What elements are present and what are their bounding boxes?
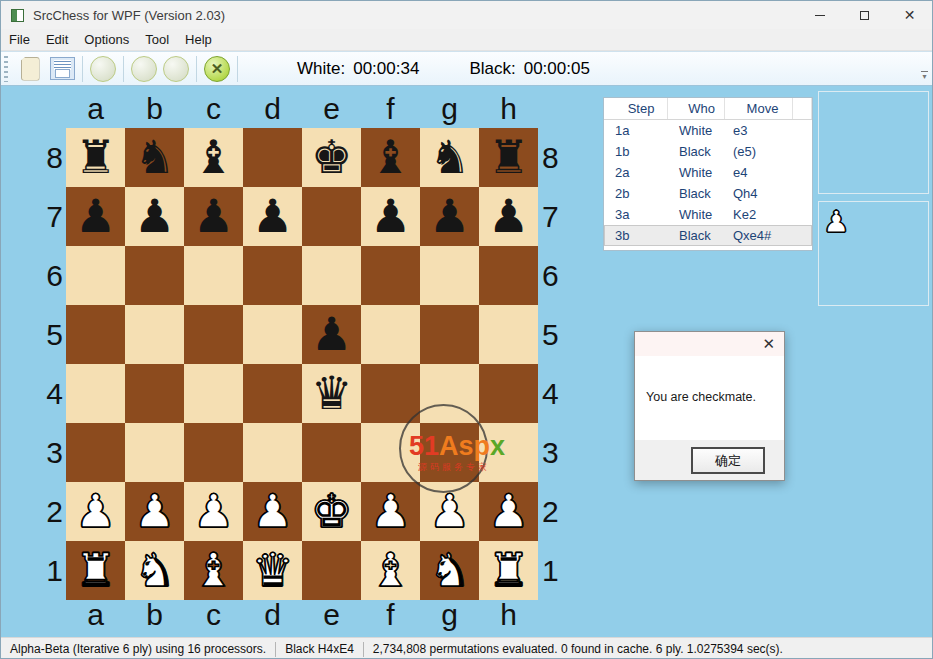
checkmate-dialog: ✕ You are checkmate. 确定 [634,331,785,481]
white-pawn-c2[interactable]: ♟ [193,482,234,541]
square-h6[interactable] [479,246,538,305]
move-cell: Black [668,225,725,246]
close-icon: ✕ [904,7,916,23]
rank-label-right-8: 8 [542,128,568,187]
move-row-1b[interactable]: 1bBlack(e5) [604,141,812,162]
move-list-header: Step Who Move [604,98,812,120]
status-segment-2: 2,734,808 permutations evaluated. 0 foun… [364,642,792,656]
square-c8[interactable]: ♝ [184,128,243,187]
move-cell: 1b [604,141,668,162]
menu-item-help[interactable]: Help [177,30,220,49]
move-row-3a[interactable]: 3aWhiteKe2 [604,204,812,225]
white-pawn-h2[interactable]: ♟ [488,482,529,541]
square-b7[interactable]: ♟ [125,187,184,246]
move-cell: 2a [604,162,668,183]
menu-item-tool[interactable]: Tool [137,30,177,49]
file-label-bottom-f: f [361,598,420,632]
black-pawn-c7[interactable]: ♟ [193,187,234,246]
file-label-top-d: d [243,92,302,126]
toolbar-separator [237,56,238,82]
square-f8[interactable]: ♝ [361,128,420,187]
file-label-top-f: f [361,92,420,126]
square-g3[interactable] [420,423,479,482]
square-a4[interactable] [66,364,125,423]
square-b3[interactable] [125,423,184,482]
maximize-button[interactable] [842,1,887,29]
square-b6[interactable] [125,246,184,305]
move-cell: 3a [604,204,668,225]
stop-button[interactable]: ✕ [201,54,233,84]
minimize-button[interactable] [797,1,842,29]
black-queen-e4[interactable]: ♛ [311,364,352,423]
save-game-icon [50,57,75,80]
square-d8[interactable] [243,128,302,187]
square-a6[interactable] [66,246,125,305]
square-g5[interactable] [420,305,479,364]
status-segment-0: Alpha-Beta (Iterative 6 ply) using 16 pr… [1,642,275,656]
title-bar: SrcChess for WPF (Version 2.03) ✕ [1,1,932,29]
move-cell: 1a [604,120,668,141]
black-bishop-c8[interactable]: ♝ [193,128,234,187]
file-label-top-g: g [420,92,479,126]
captured-white-pawn: ♟ [823,204,850,239]
white-rook-h1[interactable]: ♜ [488,541,529,600]
new-game-icon [21,57,40,81]
black-knight-b8[interactable]: ♞ [134,128,175,187]
rank-label-left-5: 5 [37,305,63,364]
black-pawn-a7[interactable]: ♟ [75,187,116,246]
black-rook-h8[interactable]: ♜ [488,128,529,187]
square-d7[interactable]: ♟ [243,187,302,246]
rank-label-right-2: 2 [542,482,568,541]
black-king-e8[interactable]: ♚ [311,128,352,187]
status-bar: Alpha-Beta (Iterative 6 ply) using 16 pr… [1,637,932,659]
menu-item-file[interactable]: File [1,30,38,49]
square-d2[interactable]: ♟ [243,482,302,541]
square-b2[interactable]: ♟ [125,482,184,541]
dialog-close-icon[interactable]: ✕ [762,335,775,353]
square-c3[interactable] [184,423,243,482]
file-label-bottom-h: h [479,598,538,632]
square-e5[interactable]: ♟ [302,305,361,364]
new-game-button[interactable] [14,54,46,84]
square-g8[interactable]: ♞ [420,128,479,187]
square-h1[interactable]: ♜ [479,541,538,600]
dialog-message: You are checkmate. [646,390,756,404]
dialog-title-bar: ✕ [635,332,784,356]
rank-label-left-7: 7 [37,187,63,246]
status-segment-1: Black H4xE4 [276,642,363,656]
white-knight-g1[interactable]: ♞ [429,541,470,600]
white-queen-d1[interactable]: ♛ [252,541,293,600]
white-bishop-f1[interactable]: ♝ [370,541,411,600]
black-pawn-d7[interactable]: ♟ [252,187,293,246]
move-cell: 2b [604,183,668,204]
toolbar-gripper[interactable] [4,56,8,82]
square-g2[interactable]: ♟ [420,482,479,541]
rank-label-left-1: 1 [37,541,63,600]
square-d3[interactable] [243,423,302,482]
captured-black-pieces-tray [818,91,929,194]
toolbar-round-button-3[interactable] [160,54,192,84]
square-g6[interactable] [420,246,479,305]
move-row-2a[interactable]: 2aWhitee4 [604,162,812,183]
square-d4[interactable] [243,364,302,423]
column-header-step[interactable]: Step [604,98,668,119]
file-label-bottom-c: c [184,598,243,632]
rank-label-right-3: 3 [542,423,568,482]
disabled-circle-icon [131,56,157,82]
rank-label-left-6: 6 [37,246,63,305]
stop-x-icon: ✕ [204,56,230,82]
square-g7[interactable]: ♟ [420,187,479,246]
column-header-filler [793,98,812,119]
square-c4[interactable] [184,364,243,423]
captured-white-pieces-tray: ♟ [818,201,929,306]
move-cell: e3 [725,120,793,141]
square-f3[interactable] [361,423,420,482]
square-e4[interactable]: ♛ [302,364,361,423]
square-h2[interactable]: ♟ [479,482,538,541]
square-f6[interactable] [361,246,420,305]
move-cell: Black [668,141,725,162]
square-e2[interactable]: ♚ [302,482,361,541]
chess-board[interactable]: ♜♞♝♚♝♞♜♟♟♟♟♟♟♟♟♛♟♟♟♟♚♟♟♟♜♞♝♛♝♞♜ [66,128,538,600]
move-cell: Qxe4# [725,225,793,246]
rank-label-right-6: 6 [542,246,568,305]
rank-label-right-1: 1 [542,541,568,600]
minimize-icon [815,15,825,16]
square-f1[interactable]: ♝ [361,541,420,600]
file-label-bottom-e: e [302,598,361,632]
square-c2[interactable]: ♟ [184,482,243,541]
square-b1[interactable]: ♞ [125,541,184,600]
disabled-circle-icon [90,56,116,82]
square-h3[interactable] [479,423,538,482]
square-a2[interactable]: ♟ [66,482,125,541]
window-title: SrcChess for WPF (Version 2.03) [33,8,225,23]
square-g4[interactable] [420,364,479,423]
white-clock-label: White: [297,59,345,79]
square-e7[interactable] [302,187,361,246]
file-label-top-a: a [66,92,125,126]
white-pawn-a2[interactable]: ♟ [75,482,116,541]
rank-label-right-7: 7 [542,187,568,246]
menu-item-options[interactable]: Options [76,30,137,49]
rank-label-right-5: 5 [542,305,568,364]
square-d1[interactable]: ♛ [243,541,302,600]
move-cell: (e5) [725,141,793,162]
toolbar: ✕ White: 00:00:34 Black: 00:00:05 ▾ [1,51,932,86]
menu-bar: FileEditOptionsToolHelp [1,29,932,51]
square-f2[interactable]: ♟ [361,482,420,541]
square-f7[interactable]: ♟ [361,187,420,246]
rank-label-left-8: 8 [37,128,63,187]
square-g1[interactable]: ♞ [420,541,479,600]
dialog-ok-button[interactable]: 确定 [691,447,765,474]
square-e1[interactable] [302,541,361,600]
white-pawn-d2[interactable]: ♟ [252,482,293,541]
square-c1[interactable]: ♝ [184,541,243,600]
rank-label-left-2: 2 [37,482,63,541]
square-h4[interactable] [479,364,538,423]
move-cell: Ke2 [725,204,793,225]
move-cell: White [668,120,725,141]
black-clock-value: 00:00:05 [524,59,590,79]
square-b8[interactable]: ♞ [125,128,184,187]
toolbar-separator [82,56,83,82]
black-rook-a8[interactable]: ♜ [75,128,116,187]
file-label-bottom-a: a [66,598,125,632]
square-b5[interactable] [125,305,184,364]
square-f4[interactable] [361,364,420,423]
black-pawn-g7[interactable]: ♟ [429,187,470,246]
file-label-bottom-g: g [420,598,479,632]
white-pawn-f2[interactable]: ♟ [370,482,411,541]
file-label-top-b: b [125,92,184,126]
square-b4[interactable] [125,364,184,423]
square-h8[interactable]: ♜ [479,128,538,187]
file-label-bottom-b: b [125,598,184,632]
move-list-body: 1aWhitee31bBlack(e5)2aWhitee42bBlackQh43… [604,120,812,246]
square-e8[interactable]: ♚ [302,128,361,187]
white-bishop-c1[interactable]: ♝ [193,541,234,600]
maximize-icon [860,11,869,20]
white-pawn-g2[interactable]: ♟ [429,482,470,541]
square-d6[interactable] [243,246,302,305]
white-knight-b1[interactable]: ♞ [134,541,175,600]
square-h7[interactable]: ♟ [479,187,538,246]
move-cell: White [668,204,725,225]
square-a1[interactable]: ♜ [66,541,125,600]
move-list-panel: Step Who Move 1aWhitee31bBlack(e5)2aWhit… [603,97,813,251]
file-label-top-c: c [184,92,243,126]
move-cell: e4 [725,162,793,183]
toolbar-overflow-button[interactable]: ▾ [921,71,928,81]
toolbar-round-button-1[interactable] [87,54,119,84]
column-header-who[interactable]: Who [668,98,725,119]
black-pawn-b7[interactable]: ♟ [134,187,175,246]
app-window: SrcChess for WPF (Version 2.03) ✕ FileEd… [0,0,933,659]
app-icon [11,9,24,22]
toolbar-round-button-2[interactable] [128,54,160,84]
white-king-e2[interactable]: ♚ [311,482,352,541]
file-label-top-h: h [479,92,538,126]
menu-item-edit[interactable]: Edit [38,30,76,49]
rank-label-left-3: 3 [37,423,63,482]
white-clock-value: 00:00:34 [353,59,419,79]
square-c5[interactable] [184,305,243,364]
black-bishop-f8[interactable]: ♝ [370,128,411,187]
white-rook-a1[interactable]: ♜ [75,541,116,600]
column-header-move[interactable]: Move [725,98,793,119]
close-button[interactable]: ✕ [887,1,932,29]
save-game-button[interactable] [46,54,78,84]
file-label-top-e: e [302,92,361,126]
white-pawn-b2[interactable]: ♟ [134,482,175,541]
square-h5[interactable] [479,305,538,364]
toolbar-separator [123,56,124,82]
move-row-3b[interactable]: 3bBlackQxe4# [604,225,812,246]
rank-label-right-4: 4 [542,364,568,423]
square-a3[interactable] [66,423,125,482]
rank-label-left-4: 4 [37,364,63,423]
square-c6[interactable] [184,246,243,305]
toolbar-separator [196,56,197,82]
black-pawn-f7[interactable]: ♟ [370,187,411,246]
square-e3[interactable] [302,423,361,482]
square-a8[interactable]: ♜ [66,128,125,187]
move-row-2b[interactable]: 2bBlackQh4 [604,183,812,204]
square-f5[interactable] [361,305,420,364]
disabled-circle-icon [163,56,189,82]
black-clock-label: Black: [469,59,515,79]
square-e6[interactable] [302,246,361,305]
black-pawn-h7[interactable]: ♟ [488,187,529,246]
square-a5[interactable] [66,305,125,364]
game-clocks: White: 00:00:34 Black: 00:00:05 [297,59,590,79]
move-cell: 3b [604,225,668,246]
square-c7[interactable]: ♟ [184,187,243,246]
black-knight-g8[interactable]: ♞ [429,128,470,187]
move-row-1a[interactable]: 1aWhitee3 [604,120,812,141]
black-pawn-e5[interactable]: ♟ [311,305,352,364]
square-d5[interactable] [243,305,302,364]
move-cell: Black [668,183,725,204]
move-cell: White [668,162,725,183]
dialog-footer: 确定 [635,440,784,480]
file-label-bottom-d: d [243,598,302,632]
move-cell: Qh4 [725,183,793,204]
square-a7[interactable]: ♟ [66,187,125,246]
